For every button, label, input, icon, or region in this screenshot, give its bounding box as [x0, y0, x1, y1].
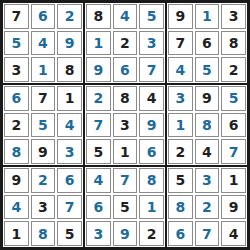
cell-r5c7[interactable]: 1	[168, 113, 193, 138]
cell-r1c1[interactable]: 7	[4, 4, 29, 29]
cell-r7c9[interactable]: 1	[221, 168, 246, 193]
cell-r2c4[interactable]: 1	[86, 31, 111, 56]
cell-r1c3[interactable]: 2	[57, 4, 82, 29]
cell-r9c6[interactable]: 2	[139, 221, 164, 246]
cell-r8c1[interactable]: 4	[4, 195, 29, 220]
sudoku-board: 7625493188451239679137684526712548932847…	[0, 0, 250, 250]
cell-r4c3[interactable]: 1	[57, 86, 82, 111]
cell-r6c7[interactable]: 2	[168, 139, 193, 164]
cell-r4c4[interactable]: 2	[86, 86, 111, 111]
cell-r4c7[interactable]: 3	[168, 86, 193, 111]
cell-r4c5[interactable]: 8	[113, 86, 138, 111]
cell-r5c8[interactable]: 8	[195, 113, 220, 138]
cell-r9c7[interactable]: 6	[168, 221, 193, 246]
cell-r6c3[interactable]: 3	[57, 139, 82, 164]
cell-r6c9[interactable]: 7	[221, 139, 246, 164]
cell-r8c2[interactable]: 3	[31, 195, 56, 220]
cell-r6c2[interactable]: 9	[31, 139, 56, 164]
cell-r4c8[interactable]: 9	[195, 86, 220, 111]
cell-r3c5[interactable]: 6	[113, 57, 138, 82]
cell-r4c9[interactable]: 5	[221, 86, 246, 111]
cell-r1c6[interactable]: 5	[139, 4, 164, 29]
cell-r8c3[interactable]: 7	[57, 195, 82, 220]
cell-r7c8[interactable]: 3	[195, 168, 220, 193]
cell-r6c6[interactable]: 6	[139, 139, 164, 164]
cell-r2c1[interactable]: 5	[4, 31, 29, 56]
box-1: 762549318	[3, 3, 83, 83]
cell-r6c1[interactable]: 8	[4, 139, 29, 164]
cell-r2c5[interactable]: 2	[113, 31, 138, 56]
cell-r2c8[interactable]: 6	[195, 31, 220, 56]
cell-r5c5[interactable]: 3	[113, 113, 138, 138]
cell-r1c2[interactable]: 6	[31, 4, 56, 29]
cell-r9c5[interactable]: 9	[113, 221, 138, 246]
cell-r1c5[interactable]: 4	[113, 4, 138, 29]
cell-r2c6[interactable]: 3	[139, 31, 164, 56]
cell-r1c9[interactable]: 3	[221, 4, 246, 29]
cell-r5c3[interactable]: 4	[57, 113, 82, 138]
cell-r3c3[interactable]: 8	[57, 57, 82, 82]
box-2: 845123967	[85, 3, 165, 83]
cell-r6c4[interactable]: 5	[86, 139, 111, 164]
cell-r2c2[interactable]: 4	[31, 31, 56, 56]
cell-r9c4[interactable]: 3	[86, 221, 111, 246]
box-4: 671254893	[3, 85, 83, 165]
cell-r8c8[interactable]: 2	[195, 195, 220, 220]
cell-r3c4[interactable]: 9	[86, 57, 111, 82]
cell-r7c2[interactable]: 2	[31, 168, 56, 193]
cell-r3c9[interactable]: 2	[221, 57, 246, 82]
cell-r7c3[interactable]: 6	[57, 168, 82, 193]
box-3: 913768452	[167, 3, 247, 83]
cell-r3c2[interactable]: 1	[31, 57, 56, 82]
cell-r8c7[interactable]: 8	[168, 195, 193, 220]
box-5: 284739516	[85, 85, 165, 165]
cell-r7c1[interactable]: 9	[4, 168, 29, 193]
box-9: 531829674	[167, 167, 247, 247]
box-7: 926437185	[3, 167, 83, 247]
cell-r9c3[interactable]: 5	[57, 221, 82, 246]
cell-r3c1[interactable]: 3	[4, 57, 29, 82]
cell-r6c5[interactable]: 1	[113, 139, 138, 164]
cell-r1c4[interactable]: 8	[86, 4, 111, 29]
cell-r4c2[interactable]: 7	[31, 86, 56, 111]
cell-r2c9[interactable]: 8	[221, 31, 246, 56]
cell-r8c4[interactable]: 6	[86, 195, 111, 220]
cell-r5c4[interactable]: 7	[86, 113, 111, 138]
cell-r5c1[interactable]: 2	[4, 113, 29, 138]
cell-r3c6[interactable]: 7	[139, 57, 164, 82]
cell-r7c7[interactable]: 5	[168, 168, 193, 193]
cell-r8c5[interactable]: 5	[113, 195, 138, 220]
cell-r8c9[interactable]: 9	[221, 195, 246, 220]
cell-r3c7[interactable]: 4	[168, 57, 193, 82]
cell-r5c9[interactable]: 6	[221, 113, 246, 138]
cell-r4c6[interactable]: 4	[139, 86, 164, 111]
cell-r9c2[interactable]: 8	[31, 221, 56, 246]
box-6: 395186247	[167, 85, 247, 165]
cell-r9c9[interactable]: 4	[221, 221, 246, 246]
cell-r9c1[interactable]: 1	[4, 221, 29, 246]
cell-r6c8[interactable]: 4	[195, 139, 220, 164]
cell-r1c8[interactable]: 1	[195, 4, 220, 29]
cell-r1c7[interactable]: 9	[168, 4, 193, 29]
cell-r3c8[interactable]: 5	[195, 57, 220, 82]
cell-r7c5[interactable]: 7	[113, 168, 138, 193]
cell-r4c1[interactable]: 6	[4, 86, 29, 111]
cell-r7c4[interactable]: 4	[86, 168, 111, 193]
cell-r2c3[interactable]: 9	[57, 31, 82, 56]
box-8: 478651392	[85, 167, 165, 247]
cell-r5c2[interactable]: 5	[31, 113, 56, 138]
cell-r5c6[interactable]: 9	[139, 113, 164, 138]
cell-r8c6[interactable]: 1	[139, 195, 164, 220]
cell-r9c8[interactable]: 7	[195, 221, 220, 246]
cell-r7c6[interactable]: 8	[139, 168, 164, 193]
cell-r2c7[interactable]: 7	[168, 31, 193, 56]
